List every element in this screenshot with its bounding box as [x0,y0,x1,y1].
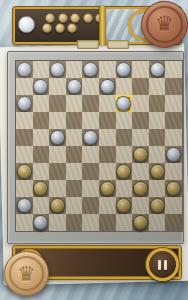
square-r2c9 [165,95,182,112]
square-r8c2[interactable] [49,197,66,214]
square-r0c7 [132,61,149,78]
square-r5c3[interactable] [66,146,83,163]
square-r2c5 [99,95,116,112]
square-r4c3 [66,129,83,146]
silver-piece[interactable] [50,130,65,145]
gold-piece[interactable] [116,198,131,213]
square-r3c9[interactable] [165,112,182,129]
gold-piece[interactable] [150,164,165,179]
square-r8c6[interactable] [116,197,133,214]
square-r7c9[interactable] [165,180,182,197]
square-r7c2 [49,180,66,197]
silver-piece[interactable] [33,215,48,230]
square-r1c5[interactable] [99,78,116,95]
square-r2c7 [132,95,149,112]
silver-piece[interactable] [17,62,32,77]
square-r2c2[interactable] [49,95,66,112]
square-r8c9 [165,197,182,214]
square-r5c6 [116,146,133,163]
square-r8c5 [99,197,116,214]
square-r5c0 [16,146,33,163]
square-r1c9[interactable] [165,78,182,95]
gold-piece[interactable] [100,181,115,196]
square-r4c9 [165,129,182,146]
square-r4c6[interactable] [116,129,133,146]
white-turn-piece [18,16,35,33]
silver-piece[interactable] [17,96,32,111]
score-plate-right [107,40,129,49]
square-r1c4 [82,78,99,95]
square-r0c4[interactable] [82,61,99,78]
pause-button[interactable] [146,248,179,281]
board [7,51,184,244]
silver-piece[interactable] [166,147,181,162]
square-r5c5[interactable] [99,146,116,163]
square-r2c4[interactable] [82,95,99,112]
square-r2c1 [33,95,50,112]
board-grid [16,61,182,231]
square-r6c8[interactable] [149,163,166,180]
square-r0c0[interactable] [16,61,33,78]
square-r6c4[interactable] [82,163,99,180]
square-r0c2[interactable] [49,61,66,78]
square-r6c0[interactable] [16,163,33,180]
silver-piece[interactable] [116,62,131,77]
square-r8c7 [132,197,149,214]
square-r9c6 [116,214,133,231]
square-r6c9 [165,163,182,180]
crown-icon: ♛ [155,14,174,35]
square-r7c8 [149,180,166,197]
square-r0c1 [33,61,50,78]
captured-gold-piece [67,23,77,33]
square-r3c0 [16,112,33,129]
square-r9c7[interactable] [132,214,149,231]
captured-gold-piece [83,13,93,23]
square-r0c8[interactable] [149,61,166,78]
captured-gold-piece [42,23,52,33]
square-r3c2 [49,112,66,129]
square-r6c1 [33,163,50,180]
silver-piece[interactable] [33,79,48,94]
square-r1c7[interactable] [132,78,149,95]
square-r3c3[interactable] [66,112,83,129]
square-r0c9 [165,61,182,78]
square-r6c7 [132,163,149,180]
square-r5c2 [49,146,66,163]
square-r9c8 [149,214,166,231]
square-r1c8 [149,78,166,95]
square-r4c4[interactable] [82,129,99,146]
pause-icon [164,260,167,270]
square-r1c6 [116,78,133,95]
square-r5c7[interactable] [132,146,149,163]
square-r8c4[interactable] [82,197,99,214]
square-r9c3[interactable] [66,214,83,231]
silver-piece[interactable] [116,96,131,111]
square-r3c1[interactable] [33,112,50,129]
square-r5c8 [149,146,166,163]
square-r6c2[interactable] [49,163,66,180]
gold-piece[interactable] [17,164,32,179]
square-r2c6[interactable] [116,95,133,112]
square-r2c8[interactable] [149,95,166,112]
square-r8c0[interactable] [16,197,33,214]
square-r0c5 [99,61,116,78]
square-r3c4 [82,112,99,129]
captured-gold-tray [15,9,101,42]
player1-coin[interactable]: ♛ [4,251,49,296]
gold-piece[interactable] [133,147,148,162]
silver-piece[interactable] [100,79,115,94]
square-r8c8[interactable] [149,197,166,214]
captured-gold-row-2 [42,23,77,33]
silver-piece[interactable] [50,62,65,77]
gold-piece[interactable] [50,198,65,213]
square-r7c6 [116,180,133,197]
captured-gold-piece [55,23,65,33]
square-r6c3 [66,163,83,180]
square-r7c0 [16,180,33,197]
square-r2c0[interactable] [16,95,33,112]
gold-piece[interactable] [166,181,181,196]
gold-piece[interactable] [116,164,131,179]
crown-icon: ♛ [18,264,36,284]
captured-gold-row-1 [45,13,105,23]
square-r6c6[interactable] [116,163,133,180]
square-r7c3[interactable] [66,180,83,197]
square-r2c3 [66,95,83,112]
square-r5c4 [82,146,99,163]
square-r4c8[interactable] [149,129,166,146]
square-r8c1 [33,197,50,214]
gold-piece[interactable] [150,198,165,213]
square-r3c6 [116,112,133,129]
square-r1c1[interactable] [33,78,50,95]
square-r5c9[interactable] [165,146,182,163]
square-r9c5[interactable] [99,214,116,231]
square-r7c4 [82,180,99,197]
square-r7c5[interactable] [99,180,116,197]
square-r3c7[interactable] [132,112,149,129]
square-r1c2 [49,78,66,95]
square-r9c1[interactable] [33,214,50,231]
score-plate-left [77,40,99,49]
square-r0c6[interactable] [116,61,133,78]
silver-piece[interactable] [83,62,98,77]
silver-piece[interactable] [83,130,98,145]
tray-divider-ornament [99,6,106,45]
captured-gold-piece [45,13,55,23]
square-r8c3 [66,197,83,214]
square-r1c3[interactable] [66,78,83,95]
square-r4c7 [132,129,149,146]
gold-piece[interactable] [33,181,48,196]
captured-gold-piece [70,13,80,23]
pause-icon [158,260,161,270]
square-r4c5 [99,129,116,146]
square-r3c5[interactable] [99,112,116,129]
silver-piece[interactable] [17,198,32,213]
square-r9c0 [16,214,33,231]
square-r9c4 [82,214,99,231]
square-r4c2[interactable] [49,129,66,146]
gold-piece[interactable] [133,215,148,230]
silver-piece[interactable] [150,62,165,77]
square-r5c1[interactable] [33,146,50,163]
player2-coin[interactable]: ♛ [141,1,188,48]
gold-piece[interactable] [133,181,148,196]
captured-gold-piece [58,13,68,23]
square-r9c9[interactable] [165,214,182,231]
square-r1c0 [16,78,33,95]
silver-piece[interactable] [67,79,82,94]
square-r4c1 [33,129,50,146]
square-r3c8 [149,112,166,129]
square-r6c5 [99,163,116,180]
square-r7c1[interactable] [33,180,50,197]
square-r4c0[interactable] [16,129,33,146]
square-r9c2 [49,214,66,231]
square-r7c7[interactable] [132,180,149,197]
square-r0c3 [66,61,83,78]
